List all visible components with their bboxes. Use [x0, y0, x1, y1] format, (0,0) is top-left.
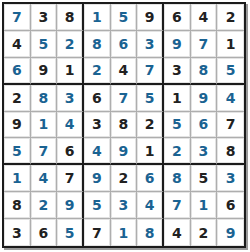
- sudoku-cell-r7c4[interactable]: 9: [84, 165, 111, 192]
- sudoku-cell-r9c9[interactable]: 9: [217, 219, 244, 246]
- sudoku-cell-r3c1[interactable]: 6: [4, 58, 31, 85]
- sudoku-cell-r1c9[interactable]: 2: [217, 4, 244, 31]
- sudoku-cell-r7c1[interactable]: 1: [4, 165, 31, 192]
- sudoku-page: 7381596424528639716912473852836751949143…: [0, 0, 250, 252]
- sudoku-cell-r5c7[interactable]: 5: [164, 112, 191, 139]
- sudoku-cell-r9c6[interactable]: 8: [137, 219, 164, 246]
- sudoku-cell-r6c2[interactable]: 7: [31, 138, 58, 165]
- sudoku-cell-r4c3[interactable]: 3: [57, 85, 84, 112]
- sudoku-cell-r1c2[interactable]: 3: [31, 4, 58, 31]
- sudoku-cell-r8c8[interactable]: 1: [191, 192, 218, 219]
- sudoku-cell-r8c4[interactable]: 5: [84, 192, 111, 219]
- sudoku-cell-r4c1[interactable]: 2: [4, 85, 31, 112]
- sudoku-cell-r5c3[interactable]: 4: [57, 112, 84, 139]
- sudoku-cell-r6c3[interactable]: 6: [57, 138, 84, 165]
- sudoku-cell-r7c7[interactable]: 8: [164, 165, 191, 192]
- sudoku-cell-r5c2[interactable]: 1: [31, 112, 58, 139]
- sudoku-cell-r3c9[interactable]: 5: [217, 58, 244, 85]
- sudoku-cell-r2c5[interactable]: 6: [111, 31, 138, 58]
- sudoku-cell-r1c3[interactable]: 8: [57, 4, 84, 31]
- sudoku-cell-r4c9[interactable]: 4: [217, 85, 244, 112]
- sudoku-cell-r8c7[interactable]: 7: [164, 192, 191, 219]
- sudoku-cell-r3c8[interactable]: 8: [191, 58, 218, 85]
- sudoku-cell-r2c3[interactable]: 2: [57, 31, 84, 58]
- sudoku-cell-r5c4[interactable]: 3: [84, 112, 111, 139]
- sudoku-cell-r7c6[interactable]: 6: [137, 165, 164, 192]
- sudoku-cell-r1c5[interactable]: 5: [111, 4, 138, 31]
- sudoku-cell-r4c4[interactable]: 6: [84, 85, 111, 112]
- sudoku-cell-r2c1[interactable]: 4: [4, 31, 31, 58]
- sudoku-cell-r7c2[interactable]: 4: [31, 165, 58, 192]
- sudoku-cell-r8c5[interactable]: 3: [111, 192, 138, 219]
- sudoku-cell-r5c1[interactable]: 9: [4, 112, 31, 139]
- sudoku-cell-r5c5[interactable]: 8: [111, 112, 138, 139]
- sudoku-cell-r1c8[interactable]: 4: [191, 4, 218, 31]
- sudoku-cell-r3c5[interactable]: 4: [111, 58, 138, 85]
- sudoku-cell-r9c5[interactable]: 1: [111, 219, 138, 246]
- sudoku-cell-r1c7[interactable]: 6: [164, 4, 191, 31]
- sudoku-cell-r8c3[interactable]: 9: [57, 192, 84, 219]
- sudoku-cell-r2c2[interactable]: 5: [31, 31, 58, 58]
- sudoku-cell-r5c9[interactable]: 7: [217, 112, 244, 139]
- sudoku-cell-r2c7[interactable]: 9: [164, 31, 191, 58]
- sudoku-cell-r6c4[interactable]: 4: [84, 138, 111, 165]
- sudoku-board: 7381596424528639716912473852836751949143…: [2, 2, 246, 248]
- sudoku-cell-r9c4[interactable]: 7: [84, 219, 111, 246]
- sudoku-cell-r1c6[interactable]: 9: [137, 4, 164, 31]
- sudoku-cell-r8c1[interactable]: 8: [4, 192, 31, 219]
- sudoku-cell-r9c7[interactable]: 4: [164, 219, 191, 246]
- sudoku-cell-r9c3[interactable]: 5: [57, 219, 84, 246]
- sudoku-cell-r6c8[interactable]: 3: [191, 138, 218, 165]
- sudoku-cell-r9c1[interactable]: 3: [4, 219, 31, 246]
- sudoku-cell-r6c7[interactable]: 2: [164, 138, 191, 165]
- sudoku-cell-r7c3[interactable]: 7: [57, 165, 84, 192]
- sudoku-cell-r4c8[interactable]: 9: [191, 85, 218, 112]
- sudoku-cell-r3c3[interactable]: 1: [57, 58, 84, 85]
- sudoku-cell-r5c8[interactable]: 6: [191, 112, 218, 139]
- sudoku-cell-r8c9[interactable]: 6: [217, 192, 244, 219]
- sudoku-cell-r9c2[interactable]: 6: [31, 219, 58, 246]
- sudoku-cell-r7c8[interactable]: 5: [191, 165, 218, 192]
- sudoku-cell-r6c9[interactable]: 8: [217, 138, 244, 165]
- sudoku-cell-r2c8[interactable]: 7: [191, 31, 218, 58]
- sudoku-cell-r4c7[interactable]: 1: [164, 85, 191, 112]
- sudoku-cell-r3c7[interactable]: 3: [164, 58, 191, 85]
- sudoku-cell-r4c2[interactable]: 8: [31, 85, 58, 112]
- sudoku-cell-r8c2[interactable]: 2: [31, 192, 58, 219]
- sudoku-cell-r7c9[interactable]: 3: [217, 165, 244, 192]
- sudoku-cell-r3c4[interactable]: 2: [84, 58, 111, 85]
- sudoku-cell-r4c5[interactable]: 7: [111, 85, 138, 112]
- sudoku-cell-r6c1[interactable]: 5: [4, 138, 31, 165]
- sudoku-cell-r2c6[interactable]: 3: [137, 31, 164, 58]
- sudoku-cell-r2c9[interactable]: 1: [217, 31, 244, 58]
- sudoku-cell-r3c2[interactable]: 9: [31, 58, 58, 85]
- sudoku-cell-r1c1[interactable]: 7: [4, 4, 31, 31]
- sudoku-cell-r4c6[interactable]: 5: [137, 85, 164, 112]
- sudoku-cell-r8c6[interactable]: 4: [137, 192, 164, 219]
- sudoku-cell-r6c6[interactable]: 1: [137, 138, 164, 165]
- sudoku-cell-r6c5[interactable]: 9: [111, 138, 138, 165]
- sudoku-cell-r7c5[interactable]: 2: [111, 165, 138, 192]
- sudoku-cell-r9c8[interactable]: 2: [191, 219, 218, 246]
- sudoku-cell-r1c4[interactable]: 1: [84, 4, 111, 31]
- sudoku-cell-r5c6[interactable]: 2: [137, 112, 164, 139]
- sudoku-cell-r3c6[interactable]: 7: [137, 58, 164, 85]
- sudoku-cell-r2c4[interactable]: 8: [84, 31, 111, 58]
